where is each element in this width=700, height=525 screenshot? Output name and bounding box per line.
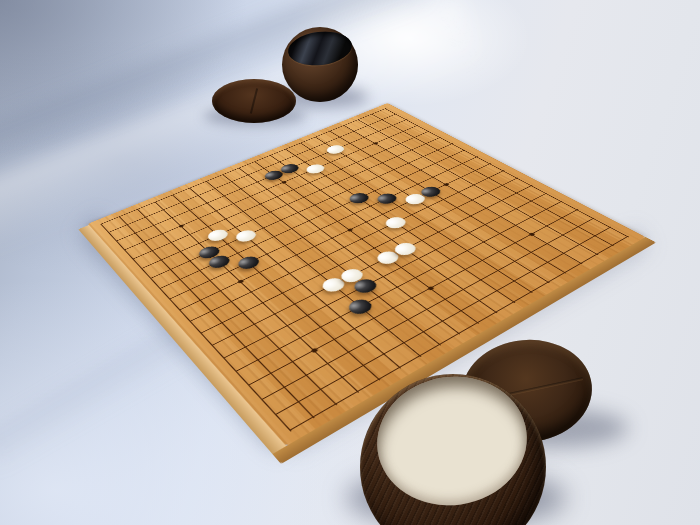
white-stone[interactable]	[303, 162, 328, 175]
black-bowl-lid[interactable]	[212, 79, 296, 123]
star-point	[178, 224, 184, 228]
black-stones-in-bowl	[286, 28, 354, 69]
star-point	[346, 228, 353, 232]
white-stone[interactable]	[323, 143, 347, 155]
star-point	[528, 232, 535, 236]
star-point	[372, 142, 378, 145]
black-stone[interactable]	[345, 191, 372, 206]
black-stone[interactable]	[373, 191, 400, 206]
white-stone[interactable]	[232, 228, 260, 244]
black-stone-bowl[interactable]	[282, 27, 358, 102]
star-point	[280, 181, 286, 184]
white-stone[interactable]	[381, 215, 410, 231]
black-stone[interactable]	[234, 254, 263, 272]
white-stone[interactable]	[204, 227, 231, 243]
star-point	[443, 183, 450, 186]
star-point	[310, 348, 318, 354]
black-stone[interactable]	[344, 296, 376, 317]
go-board-photo-scene	[0, 0, 700, 525]
star-point	[237, 279, 244, 284]
star-point	[426, 286, 434, 291]
lid-seam-line	[250, 88, 258, 114]
